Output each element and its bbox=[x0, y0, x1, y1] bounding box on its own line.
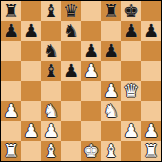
square-g4[interactable]: ♛ bbox=[121, 81, 141, 101]
square-c3[interactable]: ♞ bbox=[41, 101, 61, 121]
piece-black-pawn: ♟ bbox=[3, 21, 19, 41]
square-f3[interactable]: ♞ bbox=[101, 101, 121, 121]
piece-white-bishop: ♝ bbox=[103, 141, 119, 161]
piece-black-knight: ♞ bbox=[63, 21, 79, 41]
square-c6[interactable]: ♞ bbox=[41, 41, 61, 61]
piece-black-queen: ♛ bbox=[63, 1, 79, 21]
piece-white-pawn: ♟ bbox=[143, 121, 159, 141]
square-b8[interactable] bbox=[21, 1, 41, 21]
square-e8[interactable] bbox=[81, 1, 101, 21]
square-h8[interactable] bbox=[141, 1, 161, 21]
piece-black-pawn: ♟ bbox=[83, 41, 99, 61]
square-a1[interactable]: ♜ bbox=[1, 141, 21, 161]
square-a2[interactable] bbox=[1, 121, 21, 141]
square-g7[interactable]: ♟ bbox=[121, 21, 141, 41]
square-f2[interactable] bbox=[101, 121, 121, 141]
square-b2[interactable]: ♟ bbox=[21, 121, 41, 141]
square-c2[interactable]: ♟ bbox=[41, 121, 61, 141]
square-f4[interactable]: ♟ bbox=[101, 81, 121, 101]
piece-black-bishop: ♝ bbox=[43, 1, 59, 21]
square-c1[interactable]: ♝ bbox=[41, 141, 61, 161]
piece-white-pawn: ♟ bbox=[43, 121, 59, 141]
square-e2[interactable] bbox=[81, 121, 101, 141]
square-c4[interactable] bbox=[41, 81, 61, 101]
piece-black-pawn: ♟ bbox=[143, 21, 159, 41]
piece-black-rook: ♜ bbox=[3, 1, 19, 21]
square-d1[interactable] bbox=[61, 141, 81, 161]
piece-white-queen: ♛ bbox=[123, 81, 139, 101]
square-d3[interactable] bbox=[61, 101, 81, 121]
square-a6[interactable] bbox=[1, 41, 21, 61]
square-h6[interactable] bbox=[141, 41, 161, 61]
piece-white-pawn: ♟ bbox=[123, 121, 139, 141]
square-a4[interactable] bbox=[1, 81, 21, 101]
piece-white-rook: ♜ bbox=[143, 141, 159, 161]
square-e4[interactable] bbox=[81, 81, 101, 101]
piece-white-pawn: ♟ bbox=[83, 61, 99, 81]
square-d2[interactable] bbox=[61, 121, 81, 141]
piece-black-king: ♚ bbox=[123, 1, 139, 21]
square-g2[interactable]: ♟ bbox=[121, 121, 141, 141]
square-b3[interactable] bbox=[21, 101, 41, 121]
square-f6[interactable]: ♟ bbox=[101, 41, 121, 61]
piece-white-knight: ♞ bbox=[43, 101, 59, 121]
square-e1[interactable]: ♚ bbox=[81, 141, 101, 161]
piece-black-bishop: ♝ bbox=[43, 61, 59, 81]
square-b1[interactable] bbox=[21, 141, 41, 161]
square-g3[interactable] bbox=[121, 101, 141, 121]
square-b6[interactable] bbox=[21, 41, 41, 61]
square-d6[interactable] bbox=[61, 41, 81, 61]
square-h4[interactable] bbox=[141, 81, 161, 101]
square-g5[interactable] bbox=[121, 61, 141, 81]
piece-white-pawn: ♟ bbox=[103, 81, 119, 101]
square-e7[interactable] bbox=[81, 21, 101, 41]
square-h1[interactable]: ♜ bbox=[141, 141, 161, 161]
square-h7[interactable]: ♟ bbox=[141, 21, 161, 41]
square-c5[interactable]: ♝ bbox=[41, 61, 61, 81]
square-a3[interactable]: ♟ bbox=[1, 101, 21, 121]
square-c7[interactable] bbox=[41, 21, 61, 41]
square-a7[interactable]: ♟ bbox=[1, 21, 21, 41]
square-d5[interactable]: ♟ bbox=[61, 61, 81, 81]
square-b4[interactable] bbox=[21, 81, 41, 101]
square-g8[interactable]: ♚ bbox=[121, 1, 141, 21]
square-e5[interactable]: ♟ bbox=[81, 61, 101, 81]
square-f5[interactable] bbox=[101, 61, 121, 81]
square-h3[interactable] bbox=[141, 101, 161, 121]
square-a8[interactable]: ♜ bbox=[1, 1, 21, 21]
piece-white-bishop: ♝ bbox=[43, 141, 59, 161]
square-c8[interactable]: ♝ bbox=[41, 1, 61, 21]
piece-black-pawn: ♟ bbox=[103, 41, 119, 61]
square-e6[interactable]: ♟ bbox=[81, 41, 101, 61]
piece-white-king: ♚ bbox=[83, 141, 99, 161]
piece-white-pawn: ♟ bbox=[23, 121, 39, 141]
square-e3[interactable] bbox=[81, 101, 101, 121]
square-h2[interactable]: ♟ bbox=[141, 121, 161, 141]
square-g6[interactable] bbox=[121, 41, 141, 61]
piece-white-pawn: ♟ bbox=[3, 101, 19, 121]
piece-black-rook: ♜ bbox=[103, 1, 119, 21]
square-h5[interactable] bbox=[141, 61, 161, 81]
piece-white-rook: ♜ bbox=[3, 141, 19, 161]
piece-black-pawn: ♟ bbox=[63, 61, 79, 81]
square-g1[interactable] bbox=[121, 141, 141, 161]
square-b7[interactable]: ♟ bbox=[21, 21, 41, 41]
square-f7[interactable] bbox=[101, 21, 121, 41]
piece-black-pawn: ♟ bbox=[123, 21, 139, 41]
piece-black-knight: ♞ bbox=[43, 41, 59, 61]
square-b5[interactable] bbox=[21, 61, 41, 81]
square-d4[interactable] bbox=[61, 81, 81, 101]
square-a5[interactable] bbox=[1, 61, 21, 81]
piece-white-knight: ♞ bbox=[103, 101, 119, 121]
square-d7[interactable]: ♞ bbox=[61, 21, 81, 41]
piece-black-pawn: ♟ bbox=[23, 21, 39, 41]
square-f8[interactable]: ♜ bbox=[101, 1, 121, 21]
square-d8[interactable]: ♛ bbox=[61, 1, 81, 21]
square-f1[interactable]: ♝ bbox=[101, 141, 121, 161]
chess-board: ♜♝♛♜♚♟♟♞♟♟♞♟♟♝♟♟♟♛♟♞♞♟♟♟♟♜♝♚♝♜ bbox=[0, 0, 162, 162]
